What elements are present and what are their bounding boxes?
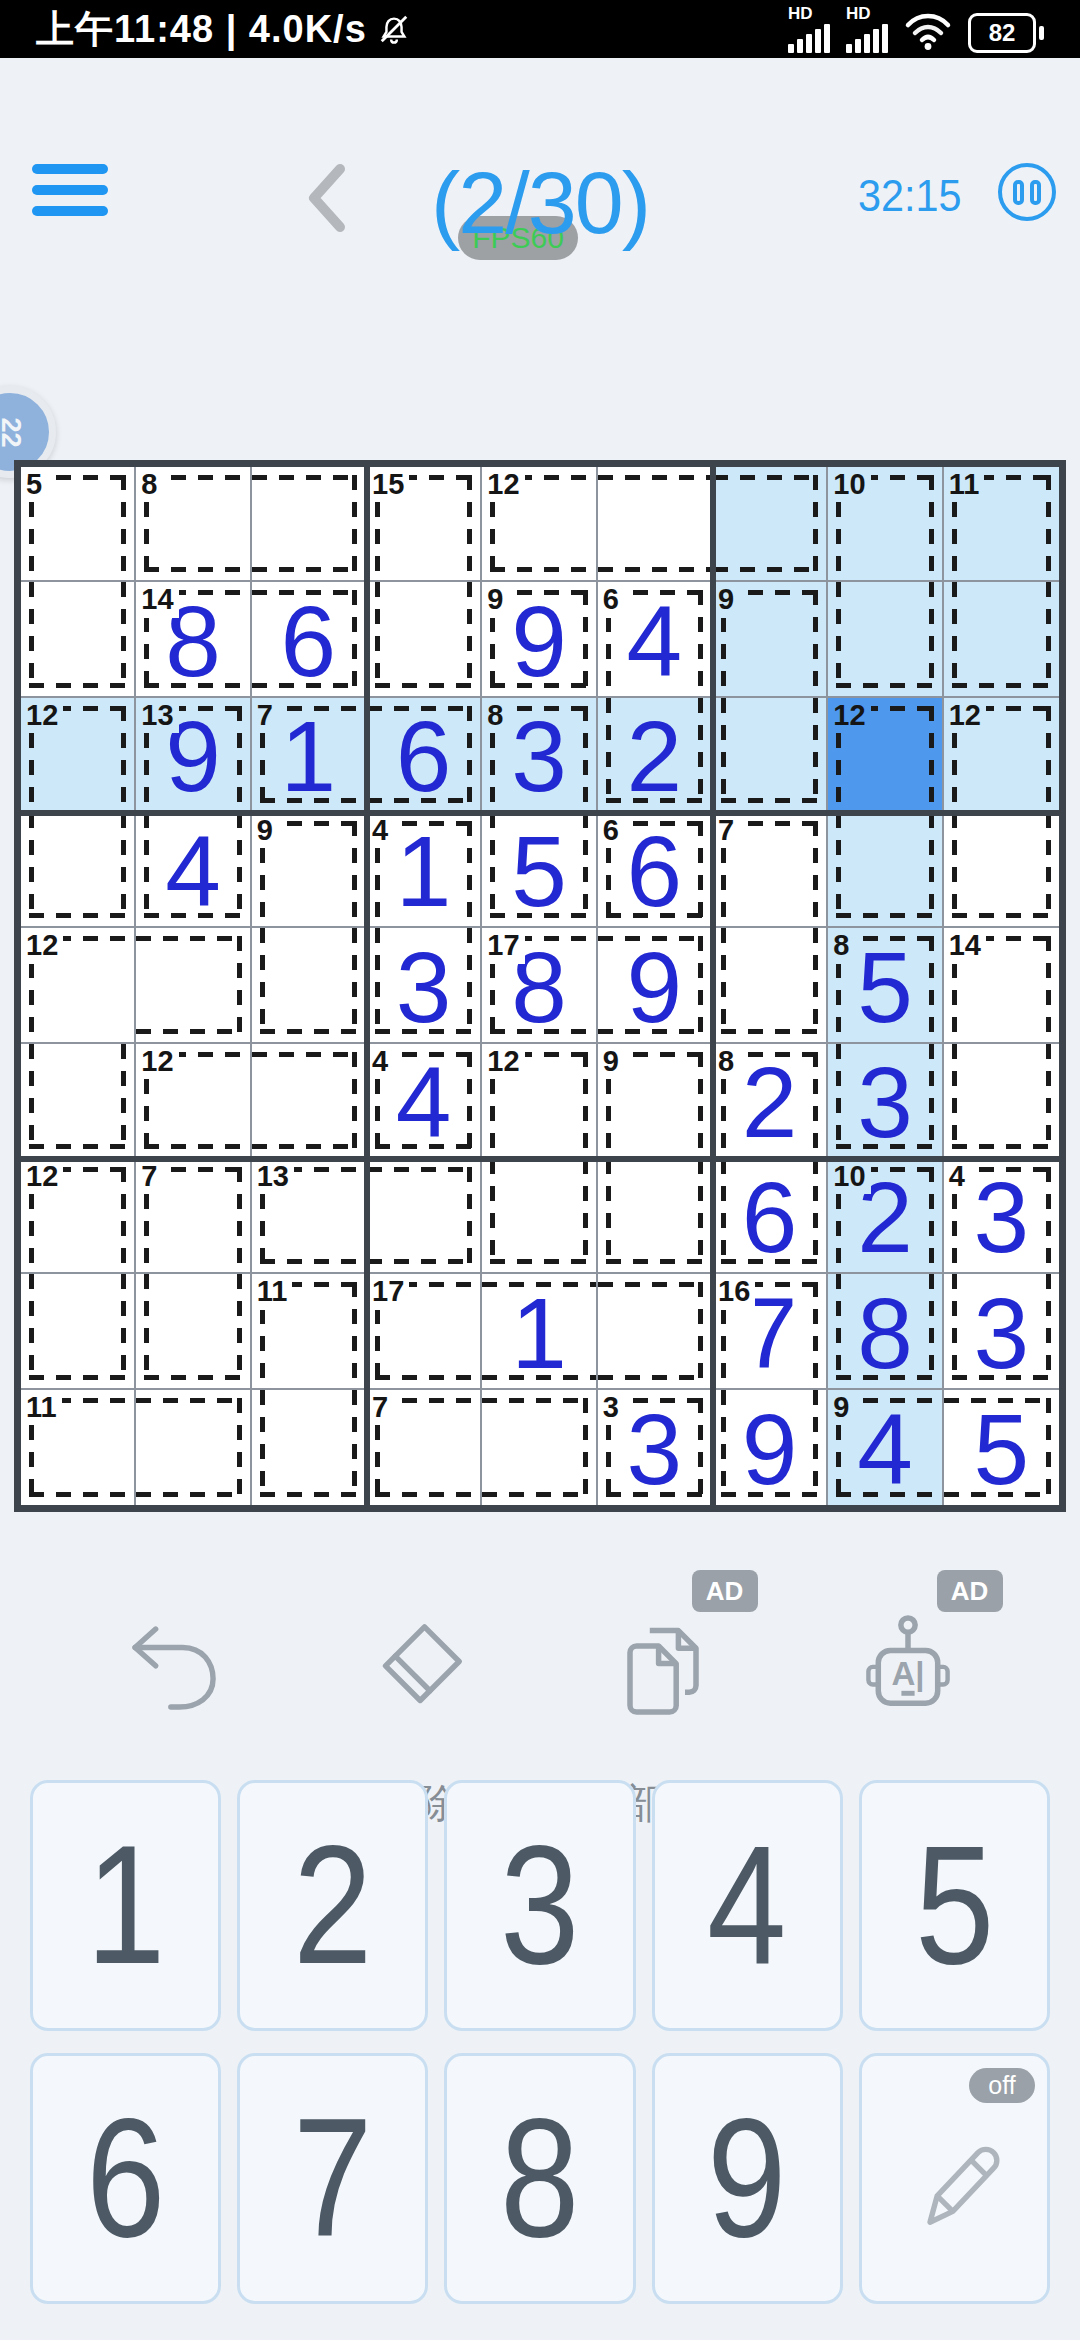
cell-r2c4[interactable] xyxy=(367,582,482,697)
cell-value: 8 xyxy=(828,1274,941,1387)
cage-border xyxy=(721,798,818,803)
cell-r6c5[interactable]: 12 xyxy=(482,1044,597,1159)
cage-border xyxy=(352,821,357,926)
cell-r4c2[interactable]: 4 xyxy=(136,813,251,928)
cage-border xyxy=(29,1144,126,1149)
cell-r1c2[interactable]: 8 xyxy=(136,467,251,582)
cage-border xyxy=(598,1375,703,1380)
cage-sum-label: 17 xyxy=(487,930,524,963)
cage-border xyxy=(467,582,472,687)
cell-r1c7[interactable] xyxy=(713,467,828,582)
ad-badge: AD xyxy=(692,1570,758,1612)
cell-value: 1 xyxy=(482,1274,595,1387)
cage-border xyxy=(952,683,1051,688)
numpad-digit: 1 xyxy=(86,1809,165,2002)
cage-border xyxy=(352,1282,357,1387)
numpad-digit: 4 xyxy=(707,1809,786,2002)
cage-border xyxy=(952,582,957,687)
cell-r9c8[interactable]: 94 xyxy=(828,1390,943,1505)
cage-sum-label: 11 xyxy=(26,1392,62,1425)
cell-r2c9[interactable] xyxy=(944,582,1059,697)
board-grid: 5815121011148699649121397168321212494156… xyxy=(21,467,1059,1505)
cell-r3c2[interactable]: 139 xyxy=(136,698,251,813)
numpad-button-4[interactable]: 4 xyxy=(652,1780,843,2031)
cell-value: 9 xyxy=(713,1390,826,1505)
cell-r7c8[interactable]: 102 xyxy=(828,1159,943,1274)
cell-r1c3[interactable] xyxy=(252,467,367,582)
cage-border xyxy=(29,1375,126,1380)
cell-r5c6[interactable]: 9 xyxy=(598,928,713,1043)
cage-border xyxy=(698,1159,703,1264)
cell-r9c2[interactable] xyxy=(136,1390,251,1505)
cage-border xyxy=(836,683,933,688)
ad-badge: AD xyxy=(937,1570,1003,1612)
cage-border xyxy=(952,1044,957,1149)
cell-r8c9[interactable]: 3 xyxy=(944,1274,1059,1389)
cage-sum-label: 4 xyxy=(949,1161,970,1194)
cell-r6c9[interactable] xyxy=(944,1044,1059,1159)
cage-sum-label: 16 xyxy=(718,1276,755,1309)
numpad-digit: 9 xyxy=(707,2082,786,2275)
cage-sum-label: 9 xyxy=(833,1392,854,1425)
status-time-speed: 上午11:48 | 4.0K/s xyxy=(36,4,367,55)
status-bar: 上午11:48 | 4.0K/s HD HD xyxy=(0,0,1080,58)
cell-r2c7[interactable]: 9 xyxy=(713,582,828,697)
cage-sum-label: 11 xyxy=(257,1276,293,1309)
cage-border xyxy=(136,1398,241,1403)
cage-border xyxy=(598,1282,703,1287)
cage-border xyxy=(260,1492,357,1497)
cage-border xyxy=(813,475,818,572)
cage-border xyxy=(121,813,126,918)
cage-border xyxy=(375,1492,480,1497)
cell-r4c5[interactable]: 5 xyxy=(482,813,597,928)
cage-border xyxy=(482,1492,587,1497)
cage-sum-label: 10 xyxy=(833,469,870,502)
cell-r7c3[interactable]: 13 xyxy=(252,1159,367,1274)
cage-border xyxy=(252,475,357,480)
cage-sum-label: 9 xyxy=(603,1046,624,1079)
cell-r7c6[interactable] xyxy=(598,1159,713,1274)
cell-value: 3 xyxy=(828,1044,941,1157)
cage-border xyxy=(252,567,357,572)
cage-border xyxy=(929,582,934,687)
cage-border xyxy=(136,1029,241,1034)
cage-border xyxy=(583,1159,588,1264)
cage-border xyxy=(29,582,34,687)
numpad-row-2: 6789 off xyxy=(30,2053,1050,2304)
cage-sum-label: 13 xyxy=(141,700,178,733)
cell-r2c5[interactable]: 99 xyxy=(482,582,597,697)
cell-r3c6[interactable]: 2 xyxy=(598,698,713,813)
cage-border xyxy=(952,913,1051,918)
cage-sum-label: 12 xyxy=(949,700,986,733)
cage-sum-label: 17 xyxy=(372,1276,409,1309)
cage-border xyxy=(813,590,818,695)
cage-border xyxy=(836,813,841,918)
cell-value: 4 xyxy=(136,813,249,926)
cell-r9c9[interactable]: 5 xyxy=(944,1390,1059,1505)
cage-sum-label: 14 xyxy=(141,584,178,617)
cell-r8c3[interactable]: 11 xyxy=(252,1274,367,1389)
cell-value: 2 xyxy=(598,698,711,811)
cell-r8c2[interactable] xyxy=(136,1274,251,1389)
undo-icon xyxy=(121,1616,225,1720)
cage-sum-label: 11 xyxy=(949,469,985,502)
cage-border xyxy=(490,1159,495,1264)
eraser-icon xyxy=(366,1616,470,1720)
numpad-button-1[interactable]: 1 xyxy=(30,1780,221,2031)
cage-border xyxy=(813,698,818,803)
numpad-digit: 3 xyxy=(500,1809,579,2002)
cage-border xyxy=(375,582,380,687)
numpad-digit: 6 xyxy=(86,2082,165,2275)
cage-border xyxy=(1046,475,1051,580)
cage-border xyxy=(598,567,711,572)
cage-border xyxy=(352,1052,357,1149)
cell-r4c1[interactable] xyxy=(21,813,136,928)
cage-border xyxy=(490,567,595,572)
cage-border xyxy=(375,683,472,688)
cell-r7c4[interactable] xyxy=(367,1159,482,1274)
cell-r1c1[interactable]: 5 xyxy=(21,467,136,582)
cage-border xyxy=(144,567,249,572)
status-left: 上午11:48 | 4.0K/s xyxy=(36,4,411,55)
cage-border xyxy=(721,1029,818,1034)
cell-value: 5 xyxy=(944,1390,1059,1505)
cage-sum-label: 12 xyxy=(26,1161,63,1194)
cell-r6c2[interactable]: 12 xyxy=(136,1044,251,1159)
cage-border xyxy=(721,698,726,803)
cage-border xyxy=(121,1167,126,1272)
cage-border xyxy=(136,936,241,941)
cage-border xyxy=(813,821,818,926)
wifi-icon xyxy=(904,9,952,51)
hint-robot-icon: A| xyxy=(853,1613,963,1723)
numpad-button-2[interactable]: 2 xyxy=(237,1780,428,2031)
cell-r9c6[interactable]: 33 xyxy=(598,1390,713,1505)
cage-sum-label: 12 xyxy=(833,700,870,733)
cage-sum-label: 12 xyxy=(487,469,524,502)
cage-border xyxy=(929,813,934,918)
cell-value: 3 xyxy=(367,928,480,1041)
cage-border xyxy=(713,567,818,572)
cell-r3c7[interactable] xyxy=(713,698,828,813)
pencil-toggle-button[interactable]: off xyxy=(859,2053,1050,2304)
cell-r9c5[interactable] xyxy=(482,1390,597,1505)
cell-r6c8[interactable]: 3 xyxy=(828,1044,943,1159)
cage-border xyxy=(583,1398,588,1497)
cage-border xyxy=(1046,1044,1051,1149)
cage-border xyxy=(121,1044,126,1149)
cage-sum-label: 9 xyxy=(718,584,739,617)
cage-border xyxy=(1046,813,1051,918)
cage-sum-label: 13 xyxy=(257,1161,294,1194)
cage-sum-label: 12 xyxy=(141,1046,178,1079)
numpad-button-9[interactable]: 9 xyxy=(652,2053,843,2304)
cell-r8c7[interactable]: 167 xyxy=(713,1274,828,1389)
cell-value: 3 xyxy=(944,1274,1059,1387)
cage-border xyxy=(252,1144,357,1149)
cell-r4c9[interactable] xyxy=(944,813,1059,928)
cell-r7c7[interactable]: 6 xyxy=(713,1159,828,1274)
cell-r1c5[interactable]: 12 xyxy=(482,467,597,582)
cage-sum-label: 9 xyxy=(487,584,508,617)
cell-value: 6 xyxy=(367,698,480,811)
cage-border xyxy=(29,813,34,918)
cell-r1c4[interactable]: 15 xyxy=(367,467,482,582)
cage-border xyxy=(260,928,265,1033)
numpad-button-8[interactable]: 8 xyxy=(444,2053,635,2304)
cell-r3c8[interactable]: 12 xyxy=(828,698,943,813)
numpad-digit: 2 xyxy=(293,1809,372,2002)
cage-sum-label: 5 xyxy=(26,469,47,502)
cell-r2c2[interactable]: 148 xyxy=(136,582,251,697)
cage-border xyxy=(467,475,472,580)
cell-r4c7[interactable]: 7 xyxy=(713,813,828,928)
numpad-button-3[interactable]: 3 xyxy=(444,1780,635,2031)
cell-r8c5[interactable]: 1 xyxy=(482,1274,597,1389)
status-right: HD HD 82 xyxy=(788,5,1044,53)
cell-r8c1[interactable] xyxy=(21,1274,136,1389)
cell-r9c7[interactable]: 9 xyxy=(713,1390,828,1505)
cell-r5c3[interactable] xyxy=(252,928,367,1043)
cell-r5c1[interactable]: 12 xyxy=(21,928,136,1043)
cage-sum-label: 15 xyxy=(372,469,409,502)
cell-r5c5[interactable]: 178 xyxy=(482,928,597,1043)
numpad-digit: 5 xyxy=(915,1809,994,2002)
cell-r9c1[interactable]: 11 xyxy=(21,1390,136,1505)
cell-r7c2[interactable]: 7 xyxy=(136,1159,251,1274)
cell-r5c2[interactable] xyxy=(136,928,251,1043)
cage-sum-label: 7 xyxy=(718,815,739,848)
cage-border xyxy=(467,1167,472,1264)
cage-border xyxy=(121,582,126,687)
cell-r5c8[interactable]: 85 xyxy=(828,928,943,1043)
cell-r2c3[interactable]: 6 xyxy=(252,582,367,697)
cage-border xyxy=(490,1259,587,1264)
cage-border xyxy=(375,1375,480,1380)
cage-border xyxy=(136,1492,241,1497)
cage-sum-label: 12 xyxy=(487,1046,524,1079)
cell-r6c7[interactable]: 82 xyxy=(713,1044,828,1159)
cage-border xyxy=(952,813,957,918)
cage-border xyxy=(352,475,357,572)
cell-r7c1[interactable]: 12 xyxy=(21,1159,136,1274)
cage-border xyxy=(121,1274,126,1379)
cage-border xyxy=(836,913,933,918)
cell-r8c8[interactable]: 8 xyxy=(828,1274,943,1389)
cell-r1c9[interactable]: 11 xyxy=(944,467,1059,582)
cell-r3c4[interactable]: 6 xyxy=(367,698,482,813)
cage-sum-label: 4 xyxy=(372,815,393,848)
cage-border xyxy=(121,706,126,811)
cage-border xyxy=(698,1282,703,1379)
cage-border xyxy=(606,1259,703,1264)
cage-sum-label: 10 xyxy=(833,1161,870,1194)
cage-sum-label: 7 xyxy=(372,1392,393,1425)
cage-border xyxy=(121,475,126,580)
cage-border xyxy=(598,475,711,480)
cell-r9c3[interactable] xyxy=(252,1390,367,1505)
numpad-button-6[interactable]: 6 xyxy=(30,2053,221,2304)
cage-border xyxy=(260,1390,265,1497)
cage-border xyxy=(29,683,126,688)
cell-r5c7[interactable] xyxy=(713,928,828,1043)
numpad-digit: 8 xyxy=(500,2082,579,2275)
cage-sum-label: 7 xyxy=(141,1161,162,1194)
cell-r4c3[interactable]: 9 xyxy=(252,813,367,928)
cage-border xyxy=(260,1029,357,1034)
numpad: 12345 6789 off xyxy=(30,1780,1050,2326)
cell-value: 9 xyxy=(598,928,711,1041)
numpad-digit: 7 xyxy=(293,2082,372,2275)
cage-sum-label: 8 xyxy=(718,1046,739,1079)
cage-sum-label: 4 xyxy=(372,1046,393,1079)
cage-border xyxy=(237,1398,242,1497)
cage-border xyxy=(367,1259,472,1264)
cage-border xyxy=(721,928,726,1033)
cage-sum-label: 12 xyxy=(26,700,63,733)
cage-border xyxy=(237,936,242,1033)
cage-border xyxy=(144,1375,241,1380)
cell-value: 6 xyxy=(252,582,365,695)
cage-sum-label: 6 xyxy=(603,815,624,848)
cage-border xyxy=(1046,706,1051,811)
cage-border xyxy=(144,1144,249,1149)
svg-text:A|: A| xyxy=(891,1655,924,1692)
cell-r6c6[interactable]: 9 xyxy=(598,1044,713,1159)
cage-border xyxy=(929,706,934,811)
cell-r4c6[interactable]: 66 xyxy=(598,813,713,928)
page-title: (2/30) xyxy=(0,152,1080,254)
cage-border xyxy=(482,1398,587,1403)
cell-r3c1[interactable]: 12 xyxy=(21,698,136,813)
cell-r9c4[interactable]: 7 xyxy=(367,1390,482,1505)
cell-r2c1[interactable] xyxy=(21,582,136,697)
cell-r7c9[interactable]: 43 xyxy=(944,1159,1059,1274)
cage-border xyxy=(952,1144,1051,1149)
pencil-off-badge: off xyxy=(969,2068,1035,2103)
cell-r7c5[interactable] xyxy=(482,1159,597,1274)
cage-border xyxy=(1046,936,1051,1041)
cage-border xyxy=(929,475,934,580)
cage-border xyxy=(583,1052,588,1157)
cell-r8c4[interactable]: 17 xyxy=(367,1274,482,1389)
cage-sum-label: 8 xyxy=(833,930,854,963)
cage-sum-label: 9 xyxy=(257,815,278,848)
battery-icon: 82 xyxy=(968,13,1044,53)
cell-r2c8[interactable] xyxy=(828,582,943,697)
cage-sum-label: 7 xyxy=(257,700,278,733)
cage-border xyxy=(237,1274,242,1379)
cell-r6c3[interactable] xyxy=(252,1044,367,1159)
signal-icon-1: HD xyxy=(788,5,830,53)
numpad-button-5[interactable]: 5 xyxy=(859,1780,1050,2031)
cage-border xyxy=(606,1159,611,1264)
cage-border xyxy=(252,1052,357,1057)
cage-sum-label: 14 xyxy=(949,930,986,963)
cell-r1c6[interactable] xyxy=(598,467,713,582)
signal-icon-2: HD xyxy=(846,5,888,53)
cage-border xyxy=(836,582,841,687)
cage-border xyxy=(29,1044,34,1149)
notes-icon xyxy=(608,1613,718,1723)
cell-r3c5[interactable]: 83 xyxy=(482,698,597,813)
cage-border xyxy=(813,928,818,1033)
cage-border xyxy=(352,928,357,1033)
cage-border xyxy=(352,1390,357,1497)
cage-border xyxy=(1046,582,1051,687)
app-screen: 上午11:48 | 4.0K/s HD HD xyxy=(0,0,1080,2340)
cage-border xyxy=(713,475,818,480)
muted-bell-icon xyxy=(377,12,411,46)
cell-r6c1[interactable] xyxy=(21,1044,136,1159)
cage-border xyxy=(698,1052,703,1157)
cell-r4c4[interactable]: 41 xyxy=(367,813,482,928)
cage-sum-label: 12 xyxy=(26,930,63,963)
cage-border xyxy=(367,1167,472,1172)
numpad-button-7[interactable]: 7 xyxy=(237,2053,428,2304)
cell-value: 6 xyxy=(713,1159,826,1272)
cage-border xyxy=(260,1259,365,1264)
cell-r1c8[interactable]: 10 xyxy=(828,467,943,582)
battery-percent: 82 xyxy=(989,19,1016,47)
cage-sum-label: 6 xyxy=(603,584,624,617)
cell-r5c9[interactable]: 14 xyxy=(944,928,1059,1043)
cell-r2c6[interactable]: 64 xyxy=(598,582,713,697)
cage-border xyxy=(29,913,126,918)
cage-border xyxy=(237,1167,242,1272)
cell-r3c3[interactable]: 71 xyxy=(252,698,367,813)
cage-sum-label: 3 xyxy=(603,1392,624,1425)
cage-sum-label: 8 xyxy=(141,469,162,502)
numpad-row-1: 12345 xyxy=(30,1780,1050,2031)
cage-border xyxy=(29,1492,134,1497)
cage-border xyxy=(29,1274,34,1379)
pencil-icon xyxy=(894,2119,1014,2239)
cell-r8c6[interactable] xyxy=(598,1274,713,1389)
cell-r3c9[interactable]: 12 xyxy=(944,698,1059,813)
cage-sum-label: 8 xyxy=(487,700,508,733)
cell-value: 5 xyxy=(482,813,595,926)
cell-r4c8[interactable] xyxy=(828,813,943,928)
cage-border xyxy=(144,1274,149,1379)
killer-sudoku-board: 5815121011148699649121397168321212494156… xyxy=(14,460,1066,1512)
cell-r5c4[interactable]: 3 xyxy=(367,928,482,1043)
cell-r6c4[interactable]: 44 xyxy=(367,1044,482,1159)
